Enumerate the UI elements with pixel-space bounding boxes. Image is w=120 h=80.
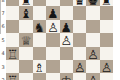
- square-f5[interactable]: [73, 33, 86, 46]
- square-b2[interactable]: [19, 73, 32, 80]
- square-c6[interactable]: ♞: [33, 20, 46, 33]
- square-h6[interactable]: [100, 20, 113, 33]
- square-g2[interactable]: ♙: [86, 73, 99, 80]
- square-f6[interactable]: [73, 20, 86, 33]
- square-e4[interactable]: [60, 47, 73, 60]
- white-queen-b5[interactable]: ♕: [20, 34, 31, 47]
- square-d3[interactable]: [46, 60, 59, 73]
- square-a3[interactable]: [6, 60, 19, 73]
- square-e5[interactable]: ♙: [60, 33, 73, 46]
- black-bishop-b7[interactable]: ♝: [20, 7, 31, 20]
- square-b3[interactable]: [19, 60, 32, 73]
- square-g4[interactable]: ♙: [86, 47, 99, 60]
- square-b6[interactable]: [19, 20, 32, 33]
- square-h3[interactable]: ♙: [100, 60, 113, 73]
- square-e7[interactable]: [60, 6, 73, 19]
- black-knight-c6[interactable]: ♞: [34, 20, 45, 33]
- square-e3[interactable]: [60, 60, 73, 73]
- square-b5[interactable]: ♕: [19, 33, 32, 46]
- black-pawn-d7[interactable]: ♟: [47, 7, 58, 20]
- square-c4[interactable]: [33, 47, 46, 60]
- square-a5[interactable]: [6, 33, 19, 46]
- black-pawn-e6[interactable]: ♟: [61, 20, 72, 33]
- square-d7[interactable]: ♟: [46, 6, 59, 19]
- white-pawn-f3[interactable]: ♙: [74, 60, 85, 73]
- white-rook-a2[interactable]: ♖: [7, 74, 18, 80]
- square-d5[interactable]: [46, 33, 59, 46]
- square-f3[interactable]: ♙: [73, 60, 86, 73]
- chess-board-diagram: 87654321 ♜♛♚♜♝♟♞♙♟♕♙♖♙♗♙♙♖♔♙: [0, 0, 120, 80]
- square-c3[interactable]: ♗: [33, 60, 46, 73]
- square-h8[interactable]: ♜: [100, 0, 113, 6]
- black-queen-f8[interactable]: ♛: [74, 0, 85, 7]
- square-f4[interactable]: [73, 47, 86, 60]
- square-a6[interactable]: [6, 20, 19, 33]
- square-d4[interactable]: [46, 47, 59, 60]
- square-h5[interactable]: [100, 33, 113, 46]
- square-g6[interactable]: [86, 20, 99, 33]
- black-rook-h8[interactable]: ♜: [101, 0, 112, 7]
- square-e2[interactable]: ♔: [60, 73, 73, 80]
- white-pawn-h3[interactable]: ♙: [101, 60, 112, 73]
- white-bishop-c3[interactable]: ♗: [34, 60, 45, 73]
- square-c7[interactable]: [33, 6, 46, 19]
- square-h4[interactable]: [100, 47, 113, 60]
- square-a4[interactable]: ♖: [6, 47, 19, 60]
- square-b4[interactable]: [19, 47, 32, 60]
- square-f8[interactable]: ♛: [73, 0, 86, 6]
- square-g5[interactable]: [86, 33, 99, 46]
- square-g8[interactable]: ♚: [86, 0, 99, 6]
- square-f7[interactable]: [73, 6, 86, 19]
- square-d2[interactable]: [46, 73, 59, 80]
- square-d6[interactable]: ♙: [46, 20, 59, 33]
- white-pawn-g4[interactable]: ♙: [87, 47, 98, 60]
- square-e6[interactable]: ♟: [60, 20, 73, 33]
- square-g7[interactable]: [86, 6, 99, 19]
- square-b7[interactable]: ♝: [19, 6, 32, 19]
- white-pawn-e5[interactable]: ♙: [61, 34, 72, 47]
- chess-board: ♜♛♚♜♝♟♞♙♟♕♙♖♙♗♙♙♖♔♙: [6, 0, 113, 80]
- square-g3[interactable]: [86, 60, 99, 73]
- square-a2[interactable]: ♖: [6, 73, 19, 80]
- white-pawn-g2[interactable]: ♙: [87, 74, 98, 80]
- square-h7[interactable]: [100, 6, 113, 19]
- square-a7[interactable]: [6, 6, 19, 19]
- square-c5[interactable]: [33, 33, 46, 46]
- white-king-e2[interactable]: ♔: [61, 74, 72, 80]
- black-king-g8[interactable]: ♚: [87, 0, 98, 7]
- white-pawn-d6[interactable]: ♙: [47, 20, 58, 33]
- white-rook-a4[interactable]: ♖: [7, 47, 18, 60]
